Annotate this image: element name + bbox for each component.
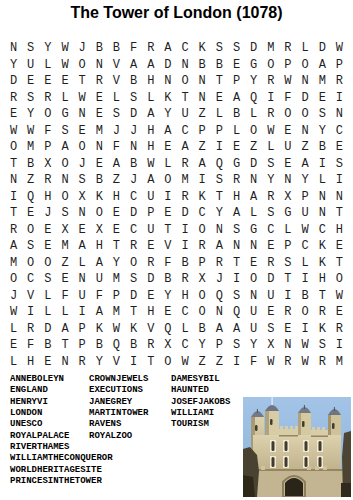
grid-cell: E xyxy=(142,238,159,255)
grid-cell: E xyxy=(314,90,331,107)
grid-cell: H xyxy=(142,304,159,321)
grid-cell: U xyxy=(297,205,314,222)
grid-cell: I xyxy=(262,90,279,107)
grid-cell: X xyxy=(39,156,56,173)
grid-cell: L xyxy=(279,222,296,239)
grid-cell: D xyxy=(125,205,142,222)
grid-cell: S xyxy=(22,90,39,107)
grid-cell: S xyxy=(56,205,73,222)
grid-cell: U xyxy=(142,222,159,239)
grid-cell: I xyxy=(159,189,176,206)
grid-cell: W xyxy=(74,90,91,107)
grid-cell: S xyxy=(331,156,348,173)
word-list-item: EXECUTIONS xyxy=(89,385,148,396)
grid-cell: E xyxy=(159,139,176,156)
grid-cell: S xyxy=(125,90,142,107)
grid-cell: M xyxy=(331,354,348,371)
grid-cell: F xyxy=(39,123,56,140)
grid-cell: A xyxy=(159,123,176,140)
grid-cell: R xyxy=(211,255,228,272)
grid-cell: S xyxy=(211,172,228,189)
grid-cell: C xyxy=(176,337,193,354)
grid-cell: Y xyxy=(297,172,314,189)
grid-cell: N xyxy=(91,139,108,156)
grid-cell: L xyxy=(108,90,125,107)
grid-cell: X xyxy=(194,271,211,288)
grid-cell: W xyxy=(279,73,296,90)
grid-cell: F xyxy=(91,288,108,305)
grid-cell: R xyxy=(142,337,159,354)
grid-cell: R xyxy=(39,90,56,107)
grid-cell: O xyxy=(331,271,348,288)
grid-cell: E xyxy=(279,123,296,140)
grid-cell: A xyxy=(159,40,176,57)
grid-cell: J xyxy=(125,172,142,189)
grid-cell: O xyxy=(297,304,314,321)
grid-cell: H xyxy=(228,189,245,206)
grid-cell: B xyxy=(108,40,125,57)
grid-cell: R xyxy=(262,189,279,206)
grid-cell: O xyxy=(297,57,314,74)
grid-cell: O xyxy=(194,222,211,239)
grid-cell: Q xyxy=(211,288,228,305)
grid-cell: X xyxy=(262,337,279,354)
grid-cell: V xyxy=(108,354,125,371)
grid-cell: P xyxy=(142,205,159,222)
photo-gateway-arch xyxy=(285,478,303,497)
grid-cell: S xyxy=(262,321,279,338)
grid-cell: D xyxy=(125,106,142,123)
grid-cell: J xyxy=(39,205,56,222)
grid-cell: W xyxy=(262,123,279,140)
grid-cell: U xyxy=(245,304,262,321)
grid-cell: D xyxy=(142,271,159,288)
grid-cell: E xyxy=(159,205,176,222)
word-list-item: MARTINTOWER xyxy=(89,408,148,419)
grid-cell: T xyxy=(142,354,159,371)
grid-cell: M xyxy=(176,172,193,189)
grid-cell: Y xyxy=(5,57,22,74)
grid-cell: A xyxy=(194,156,211,173)
grid-cell: N xyxy=(314,205,331,222)
grid-cell: R xyxy=(279,354,296,371)
grid-cell: J xyxy=(5,288,22,305)
grid-cell: W xyxy=(108,321,125,338)
grid-cell: O xyxy=(159,354,176,371)
grid-cell: W xyxy=(56,40,73,57)
grid-cell: E xyxy=(228,57,245,74)
grid-cell: J xyxy=(74,40,91,57)
grid-cell: R xyxy=(314,354,331,371)
grid-cell: L xyxy=(211,106,228,123)
grid-cell: K xyxy=(125,321,142,338)
grid-cell: Z xyxy=(194,354,211,371)
grid-cell: K xyxy=(194,189,211,206)
grid-cell: G xyxy=(279,205,296,222)
grid-cell: N xyxy=(5,172,22,189)
grid-cell: S xyxy=(314,106,331,123)
grid-cell: E xyxy=(74,123,91,140)
grid-cell: U xyxy=(176,106,193,123)
grid-cell: B xyxy=(91,172,108,189)
grid-cell: L xyxy=(297,40,314,57)
grid-cell: I xyxy=(211,139,228,156)
grid-cell: R xyxy=(262,255,279,272)
grid-cell: K xyxy=(194,40,211,57)
grid-cell: H xyxy=(22,354,39,371)
grid-cell: Z xyxy=(194,139,211,156)
word-list-item: TOURISM xyxy=(171,419,230,430)
grid-cell: L xyxy=(39,288,56,305)
grid-cell: E xyxy=(74,222,91,239)
grid-cell: B xyxy=(211,57,228,74)
grid-cell: H xyxy=(142,73,159,90)
grid-cell: D xyxy=(245,40,262,57)
grid-cell: R xyxy=(74,354,91,371)
grid-cell: I xyxy=(314,156,331,173)
grid-cell: T xyxy=(331,205,348,222)
grid-cell: U xyxy=(279,139,296,156)
grid-cell: X xyxy=(91,222,108,239)
grid-cell: T xyxy=(125,304,142,321)
grid-cell: M xyxy=(22,139,39,156)
grid-cell: A xyxy=(5,238,22,255)
grid-cell: Q xyxy=(108,337,125,354)
grid-cell: I xyxy=(331,90,348,107)
tower-of-london-photo xyxy=(243,397,351,497)
word-list-item: RAVENS xyxy=(89,419,148,430)
grid-cell: E xyxy=(108,222,125,239)
word-list-item: PRINCESINTHETOWER xyxy=(10,476,113,487)
grid-cell: W xyxy=(22,123,39,140)
grid-cell: N xyxy=(125,139,142,156)
grid-cell: G xyxy=(56,106,73,123)
grid-cell: N xyxy=(5,40,22,57)
grid-cell: H xyxy=(142,123,159,140)
grid-cell: L xyxy=(5,321,22,338)
grid-cell: Q xyxy=(228,304,245,321)
grid-cell: C xyxy=(331,123,348,140)
grid-cell: A xyxy=(314,57,331,74)
grid-cell: B xyxy=(159,271,176,288)
grid-cell: Z xyxy=(56,255,73,272)
grid-cell: U xyxy=(245,321,262,338)
grid-cell: N xyxy=(297,73,314,90)
grid-cell: E xyxy=(39,354,56,371)
grid-cell: H xyxy=(108,189,125,206)
grid-cell: O xyxy=(194,288,211,305)
grid-cell: E xyxy=(228,139,245,156)
grid-cell: K xyxy=(91,189,108,206)
grid-cell: C xyxy=(176,304,193,321)
grid-cell: E xyxy=(91,106,108,123)
grid-cell: R xyxy=(142,255,159,272)
grid-cell: S xyxy=(108,106,125,123)
grid-cell: F xyxy=(22,337,39,354)
grid-cell: Q xyxy=(245,90,262,107)
grid-cell: T xyxy=(5,156,22,173)
grid-cell: R xyxy=(279,304,296,321)
grid-cell: D xyxy=(5,73,22,90)
grid-cell: L xyxy=(56,304,73,321)
grid-cell: O xyxy=(176,73,193,90)
grid-cell: X xyxy=(74,189,91,206)
grid-cell: Y xyxy=(245,337,262,354)
grid-cell: L xyxy=(39,304,56,321)
grid-cell: A xyxy=(142,106,159,123)
grid-cell: B xyxy=(22,156,39,173)
grid-cell: I xyxy=(228,354,245,371)
grid-cell: U xyxy=(22,57,39,74)
grid-cell: N xyxy=(245,172,262,189)
grid-cell: O xyxy=(74,57,91,74)
grid-cell: O xyxy=(39,255,56,272)
grid-cell: Z xyxy=(108,172,125,189)
grid-cell: B xyxy=(125,156,142,173)
grid-cell: N xyxy=(194,90,211,107)
grid-cell: S xyxy=(56,123,73,140)
grid-cell: E xyxy=(5,337,22,354)
grid-cell: R xyxy=(279,40,296,57)
grid-cell: O xyxy=(194,304,211,321)
grid-cell: R xyxy=(314,304,331,321)
grid-cell: A xyxy=(142,172,159,189)
grid-cell: A xyxy=(74,238,91,255)
grid-cell: E xyxy=(245,255,262,272)
grid-cell: Y xyxy=(314,123,331,140)
grid-cell: A xyxy=(142,57,159,74)
grid-cell: C xyxy=(22,271,39,288)
grid-cell: C xyxy=(125,189,142,206)
grid-cell: A xyxy=(125,57,142,74)
grid-cell: R xyxy=(176,156,193,173)
word-list-column: CROWNJEWELSEXECUTIONSJANEGREYMARTINTOWER… xyxy=(89,374,148,442)
grid-cell: P xyxy=(194,123,211,140)
grid-cell: K xyxy=(91,321,108,338)
grid-cell: G xyxy=(228,156,245,173)
grid-cell: W xyxy=(297,337,314,354)
grid-cell: S xyxy=(262,156,279,173)
grid-cell: A xyxy=(176,139,193,156)
grid-cell: W xyxy=(142,156,159,173)
grid-cell: F xyxy=(56,288,73,305)
grid-cell: B xyxy=(194,321,211,338)
grid-cell: X xyxy=(159,337,176,354)
grid-cell: M xyxy=(108,271,125,288)
grid-cell: S xyxy=(228,40,245,57)
grid-cell: E xyxy=(39,222,56,239)
grid-cell: E xyxy=(159,304,176,321)
grid-cell: Z xyxy=(211,354,228,371)
grid-cell: H xyxy=(39,189,56,206)
grid-cell: A xyxy=(211,238,228,255)
word-list-item: ROYALZOO xyxy=(89,431,148,442)
grid-cell: U xyxy=(74,288,91,305)
page-title: The Tower of London (1078) xyxy=(0,4,353,22)
grid-cell: E xyxy=(91,90,108,107)
grid-cell: U xyxy=(142,189,159,206)
grid-cell: O xyxy=(5,139,22,156)
grid-cell: I xyxy=(297,271,314,288)
grid-cell: U xyxy=(262,288,279,305)
grid-cell: P xyxy=(211,123,228,140)
word-list-item: JOSEFJAKOBS xyxy=(171,397,230,408)
grid-cell: N xyxy=(331,106,348,123)
grid-cell: I xyxy=(279,288,296,305)
grid-cell: Y xyxy=(22,106,39,123)
photo-keep-facade xyxy=(253,435,341,471)
grid-cell: W xyxy=(331,288,348,305)
grid-cell: A xyxy=(245,189,262,206)
grid-cell: Y xyxy=(194,337,211,354)
grid-cell: E xyxy=(91,156,108,173)
grid-cell: K xyxy=(314,255,331,272)
grid-cell: Y xyxy=(245,73,262,90)
grid-cell: I xyxy=(228,271,245,288)
grid-cell: N xyxy=(159,73,176,90)
grid-cell: T xyxy=(159,222,176,239)
grid-cell: C xyxy=(262,222,279,239)
grid-cell: A xyxy=(91,304,108,321)
grid-cell: S xyxy=(39,271,56,288)
grid-cell: E xyxy=(142,288,159,305)
grid-cell: B xyxy=(314,139,331,156)
word-list-item: WILLIAMI xyxy=(171,408,230,419)
grid-cell: F xyxy=(279,90,296,107)
grid-cell: G xyxy=(245,222,262,239)
word-list-item: WILLIAMTHECONQUEROR xyxy=(10,453,113,464)
grid-cell: H xyxy=(331,222,348,239)
grid-cell: W xyxy=(297,222,314,239)
grid-cell: Z xyxy=(22,172,39,189)
grid-cell: Y xyxy=(211,205,228,222)
grid-cell: S xyxy=(211,40,228,57)
grid-cell: A xyxy=(297,156,314,173)
grid-cell: N xyxy=(245,238,262,255)
grid-cell: M xyxy=(262,40,279,57)
grid-cell: L xyxy=(142,90,159,107)
grid-cell: X xyxy=(279,189,296,206)
grid-cell: O xyxy=(297,106,314,123)
grid-cell: D xyxy=(176,205,193,222)
grid-cell: S xyxy=(228,337,245,354)
grid-cell: P xyxy=(108,288,125,305)
grid-cell: E xyxy=(22,205,39,222)
grid-cell: L xyxy=(245,106,262,123)
grid-cell: P xyxy=(211,337,228,354)
grid-cell: N xyxy=(211,222,228,239)
grid-cell: N xyxy=(194,73,211,90)
grid-cell: E xyxy=(279,156,296,173)
grid-cell: V xyxy=(108,57,125,74)
grid-cell: T xyxy=(211,189,228,206)
grid-cell: R xyxy=(39,172,56,189)
grid-cell: A xyxy=(56,321,73,338)
grid-cell: W xyxy=(262,354,279,371)
grid-cell: T xyxy=(5,205,22,222)
grid-cell: I xyxy=(176,238,193,255)
grid-cell: K xyxy=(314,321,331,338)
grid-cell: L xyxy=(5,354,22,371)
grid-cell: Z xyxy=(194,106,211,123)
grid-cell: E xyxy=(39,73,56,90)
grid-cell: V xyxy=(108,73,125,90)
grid-cell: Y xyxy=(91,354,108,371)
grid-cell: C xyxy=(176,40,193,57)
grid-cell: W xyxy=(297,354,314,371)
grid-cell: I xyxy=(176,222,193,239)
grid-cell: N xyxy=(74,205,91,222)
word-list-item: JANEGREY xyxy=(89,397,148,408)
grid-cell: I xyxy=(74,304,91,321)
grid-cell: O xyxy=(279,106,296,123)
grid-cell: R xyxy=(5,222,22,239)
grid-cell: N xyxy=(176,57,193,74)
grid-cell: D xyxy=(297,90,314,107)
grid-cell: R xyxy=(228,172,245,189)
grid-cell: R xyxy=(194,238,211,255)
grid-cell: T xyxy=(211,73,228,90)
grid-cell: E xyxy=(211,90,228,107)
grid-cell: A xyxy=(108,156,125,173)
grid-cell: S xyxy=(74,172,91,189)
grid-cell: N xyxy=(331,189,348,206)
grid-cell: M xyxy=(108,304,125,321)
grid-cell: R xyxy=(331,321,348,338)
grid-cell: O xyxy=(159,172,176,189)
grid-cell: D xyxy=(39,321,56,338)
grid-cell: P xyxy=(74,337,91,354)
grid-cell: P xyxy=(228,73,245,90)
grid-cell: F xyxy=(108,139,125,156)
grid-cell: B xyxy=(91,40,108,57)
grid-cell: A xyxy=(91,255,108,272)
grid-cell: R xyxy=(91,73,108,90)
grid-cell: R xyxy=(262,106,279,123)
grid-cell: F xyxy=(245,354,262,371)
grid-cell: Z xyxy=(297,139,314,156)
grid-cell: L xyxy=(159,156,176,173)
grid-cell: S xyxy=(228,288,245,305)
grid-cell: J xyxy=(211,271,228,288)
grid-cell: O xyxy=(74,139,91,156)
grid-cell: N xyxy=(74,106,91,123)
grid-cell: R xyxy=(176,271,193,288)
grid-cell: C xyxy=(297,238,314,255)
grid-cell: P xyxy=(279,238,296,255)
grid-cell: I xyxy=(331,337,348,354)
grid-cell: N xyxy=(228,238,245,255)
grid-cell: E xyxy=(279,321,296,338)
grid-cell: S xyxy=(314,337,331,354)
grid-cell: H xyxy=(142,139,159,156)
word-list-item: WORLDHERITAGESITE xyxy=(10,465,113,476)
grid-cell: T xyxy=(228,255,245,272)
grid-cell: N xyxy=(91,57,108,74)
grid-cell: Y xyxy=(159,288,176,305)
grid-cell: T xyxy=(56,337,73,354)
grid-cell: W xyxy=(56,57,73,74)
grid-cell: O xyxy=(56,156,73,173)
grid-cell: Y xyxy=(159,106,176,123)
grid-cell: C xyxy=(125,222,142,239)
grid-cell: A xyxy=(228,205,245,222)
grid-cell: I xyxy=(22,304,39,321)
grid-cell: B xyxy=(297,288,314,305)
grid-cell: C xyxy=(314,222,331,239)
grid-cell: I xyxy=(331,172,348,189)
word-search-grid: NSYWJBBFRACKSSDMRLDWYULWONVAADNBBEGOPOAP… xyxy=(5,40,348,370)
